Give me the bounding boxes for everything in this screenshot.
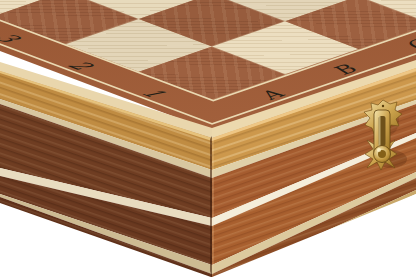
box-seam	[212, 133, 416, 226]
box-corner-edge	[210, 136, 214, 277]
clasp-lower-plate	[365, 138, 397, 170]
chessboard-photo: 12345678ABCDEFGH	[0, 0, 416, 277]
chess-board: 12345678ABCDEFGH	[0, 0, 416, 131]
background-mask-right	[212, 194, 416, 277]
clasp-hasp-arm	[374, 110, 390, 156]
background-mask-left	[0, 203, 212, 277]
clasp-knob	[374, 146, 391, 163]
clasp-upper-plate	[364, 100, 402, 136]
clasp-hasp-slot	[379, 116, 386, 146]
brass-clasp	[364, 100, 407, 170]
